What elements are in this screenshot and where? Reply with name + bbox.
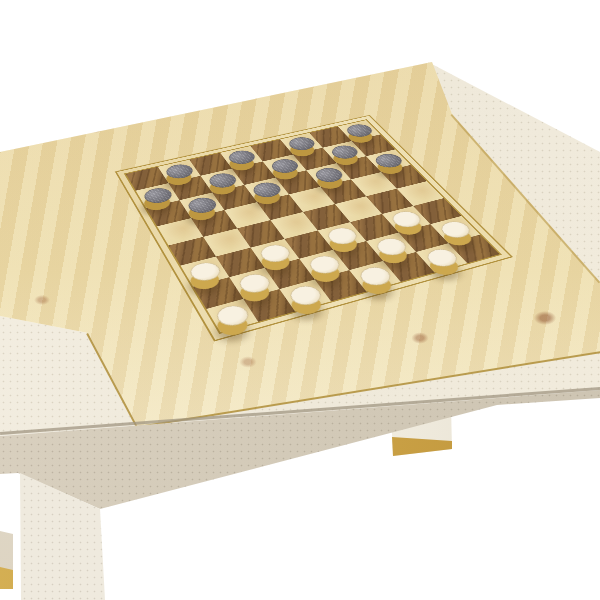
checker-piece-light[interactable] [212, 302, 253, 328]
games-table-scene [0, 0, 600, 600]
